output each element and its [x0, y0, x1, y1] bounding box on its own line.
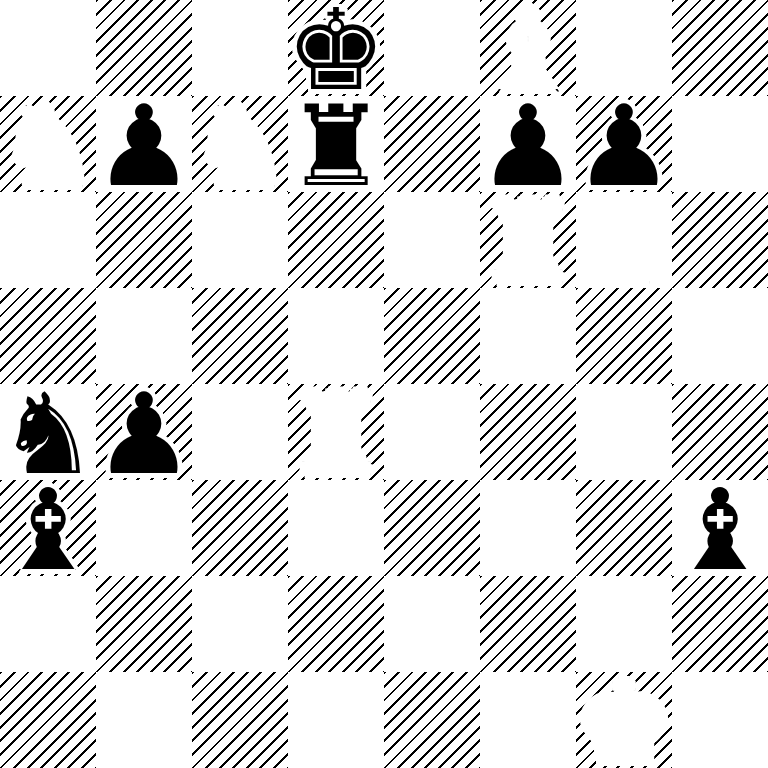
- square-e3[interactable]: [384, 480, 480, 576]
- square-h7[interactable]: [672, 96, 768, 192]
- square-d2[interactable]: [288, 576, 384, 672]
- square-e6[interactable]: [384, 192, 480, 288]
- square-h5[interactable]: [672, 288, 768, 384]
- square-e4[interactable]: [384, 384, 480, 480]
- piece-black-pawn[interactable]: ♟: [94, 386, 194, 482]
- square-c1[interactable]: [192, 672, 288, 768]
- square-a2[interactable]: [0, 576, 96, 672]
- square-g6[interactable]: ♛: [576, 192, 672, 288]
- square-c2[interactable]: [192, 576, 288, 672]
- square-b3[interactable]: [96, 480, 192, 576]
- square-b7[interactable]: ♟: [96, 96, 192, 192]
- square-b6[interactable]: [96, 192, 192, 288]
- square-h2[interactable]: [672, 576, 768, 672]
- square-a7[interactable]: ♞: [0, 96, 96, 192]
- piece-white-queen[interactable]: ♛: [574, 194, 674, 290]
- square-e8[interactable]: [384, 0, 480, 96]
- square-f5[interactable]: [480, 288, 576, 384]
- square-f1[interactable]: [480, 672, 576, 768]
- square-c6[interactable]: [192, 192, 288, 288]
- square-g4[interactable]: [576, 384, 672, 480]
- square-b4[interactable]: ♟: [96, 384, 192, 480]
- piece-white-king[interactable]: ♚: [574, 674, 674, 768]
- square-g1[interactable]: ♚: [576, 672, 672, 768]
- piece-black-bishop[interactable]: ♝: [0, 482, 98, 578]
- square-h3[interactable]: ♝: [672, 480, 768, 576]
- square-e1[interactable]: [384, 672, 480, 768]
- square-e5[interactable]: [384, 288, 480, 384]
- piece-white-knight[interactable]: ♞: [190, 98, 290, 194]
- square-c4[interactable]: [192, 384, 288, 480]
- square-g5[interactable]: [576, 288, 672, 384]
- square-c3[interactable]: [192, 480, 288, 576]
- square-b2[interactable]: [96, 576, 192, 672]
- square-a6[interactable]: [0, 192, 96, 288]
- square-d7[interactable]: ♜: [288, 96, 384, 192]
- square-c7[interactable]: ♞: [192, 96, 288, 192]
- square-g3[interactable]: [576, 480, 672, 576]
- piece-black-pawn[interactable]: ♟: [94, 98, 194, 194]
- chess-board: ♚♝♞♟♞♜♟♟♜♛♞♟♜♝♝♚: [0, 0, 768, 768]
- piece-black-bishop[interactable]: ♝: [670, 482, 768, 578]
- piece-white-knight[interactable]: ♞: [0, 98, 98, 194]
- square-f4[interactable]: [480, 384, 576, 480]
- square-b1[interactable]: [96, 672, 192, 768]
- square-c5[interactable]: [192, 288, 288, 384]
- square-f6[interactable]: ♜: [480, 192, 576, 288]
- square-f2[interactable]: [480, 576, 576, 672]
- square-d1[interactable]: [288, 672, 384, 768]
- square-h8[interactable]: [672, 0, 768, 96]
- square-h6[interactable]: [672, 192, 768, 288]
- square-e7[interactable]: [384, 96, 480, 192]
- square-h1[interactable]: [672, 672, 768, 768]
- piece-white-rook[interactable]: ♜: [478, 194, 578, 290]
- piece-black-rook[interactable]: ♜: [286, 98, 386, 194]
- square-d6[interactable]: [288, 192, 384, 288]
- square-a3[interactable]: ♝: [0, 480, 96, 576]
- piece-white-rook[interactable]: ♜: [286, 386, 386, 482]
- square-d3[interactable]: [288, 480, 384, 576]
- square-e2[interactable]: [384, 576, 480, 672]
- square-a1[interactable]: [0, 672, 96, 768]
- square-f3[interactable]: [480, 480, 576, 576]
- square-d4[interactable]: ♜: [288, 384, 384, 480]
